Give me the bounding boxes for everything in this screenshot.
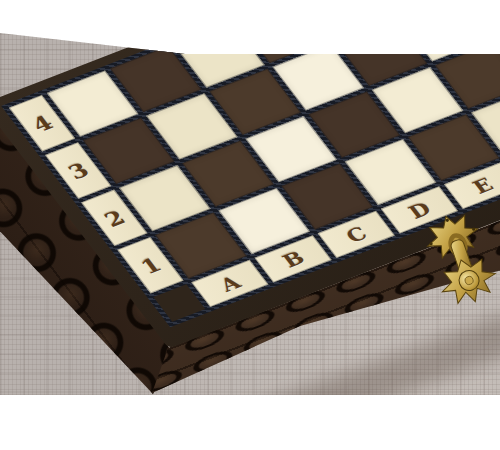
- square-f3: [399, 0, 491, 62]
- square-d4: [236, 0, 328, 63]
- square-g3: [462, 0, 500, 37]
- square-e4: [299, 0, 391, 39]
- photo-scene: 4321ABCDEFGH: [0, 0, 500, 450]
- square-f4: [363, 0, 455, 14]
